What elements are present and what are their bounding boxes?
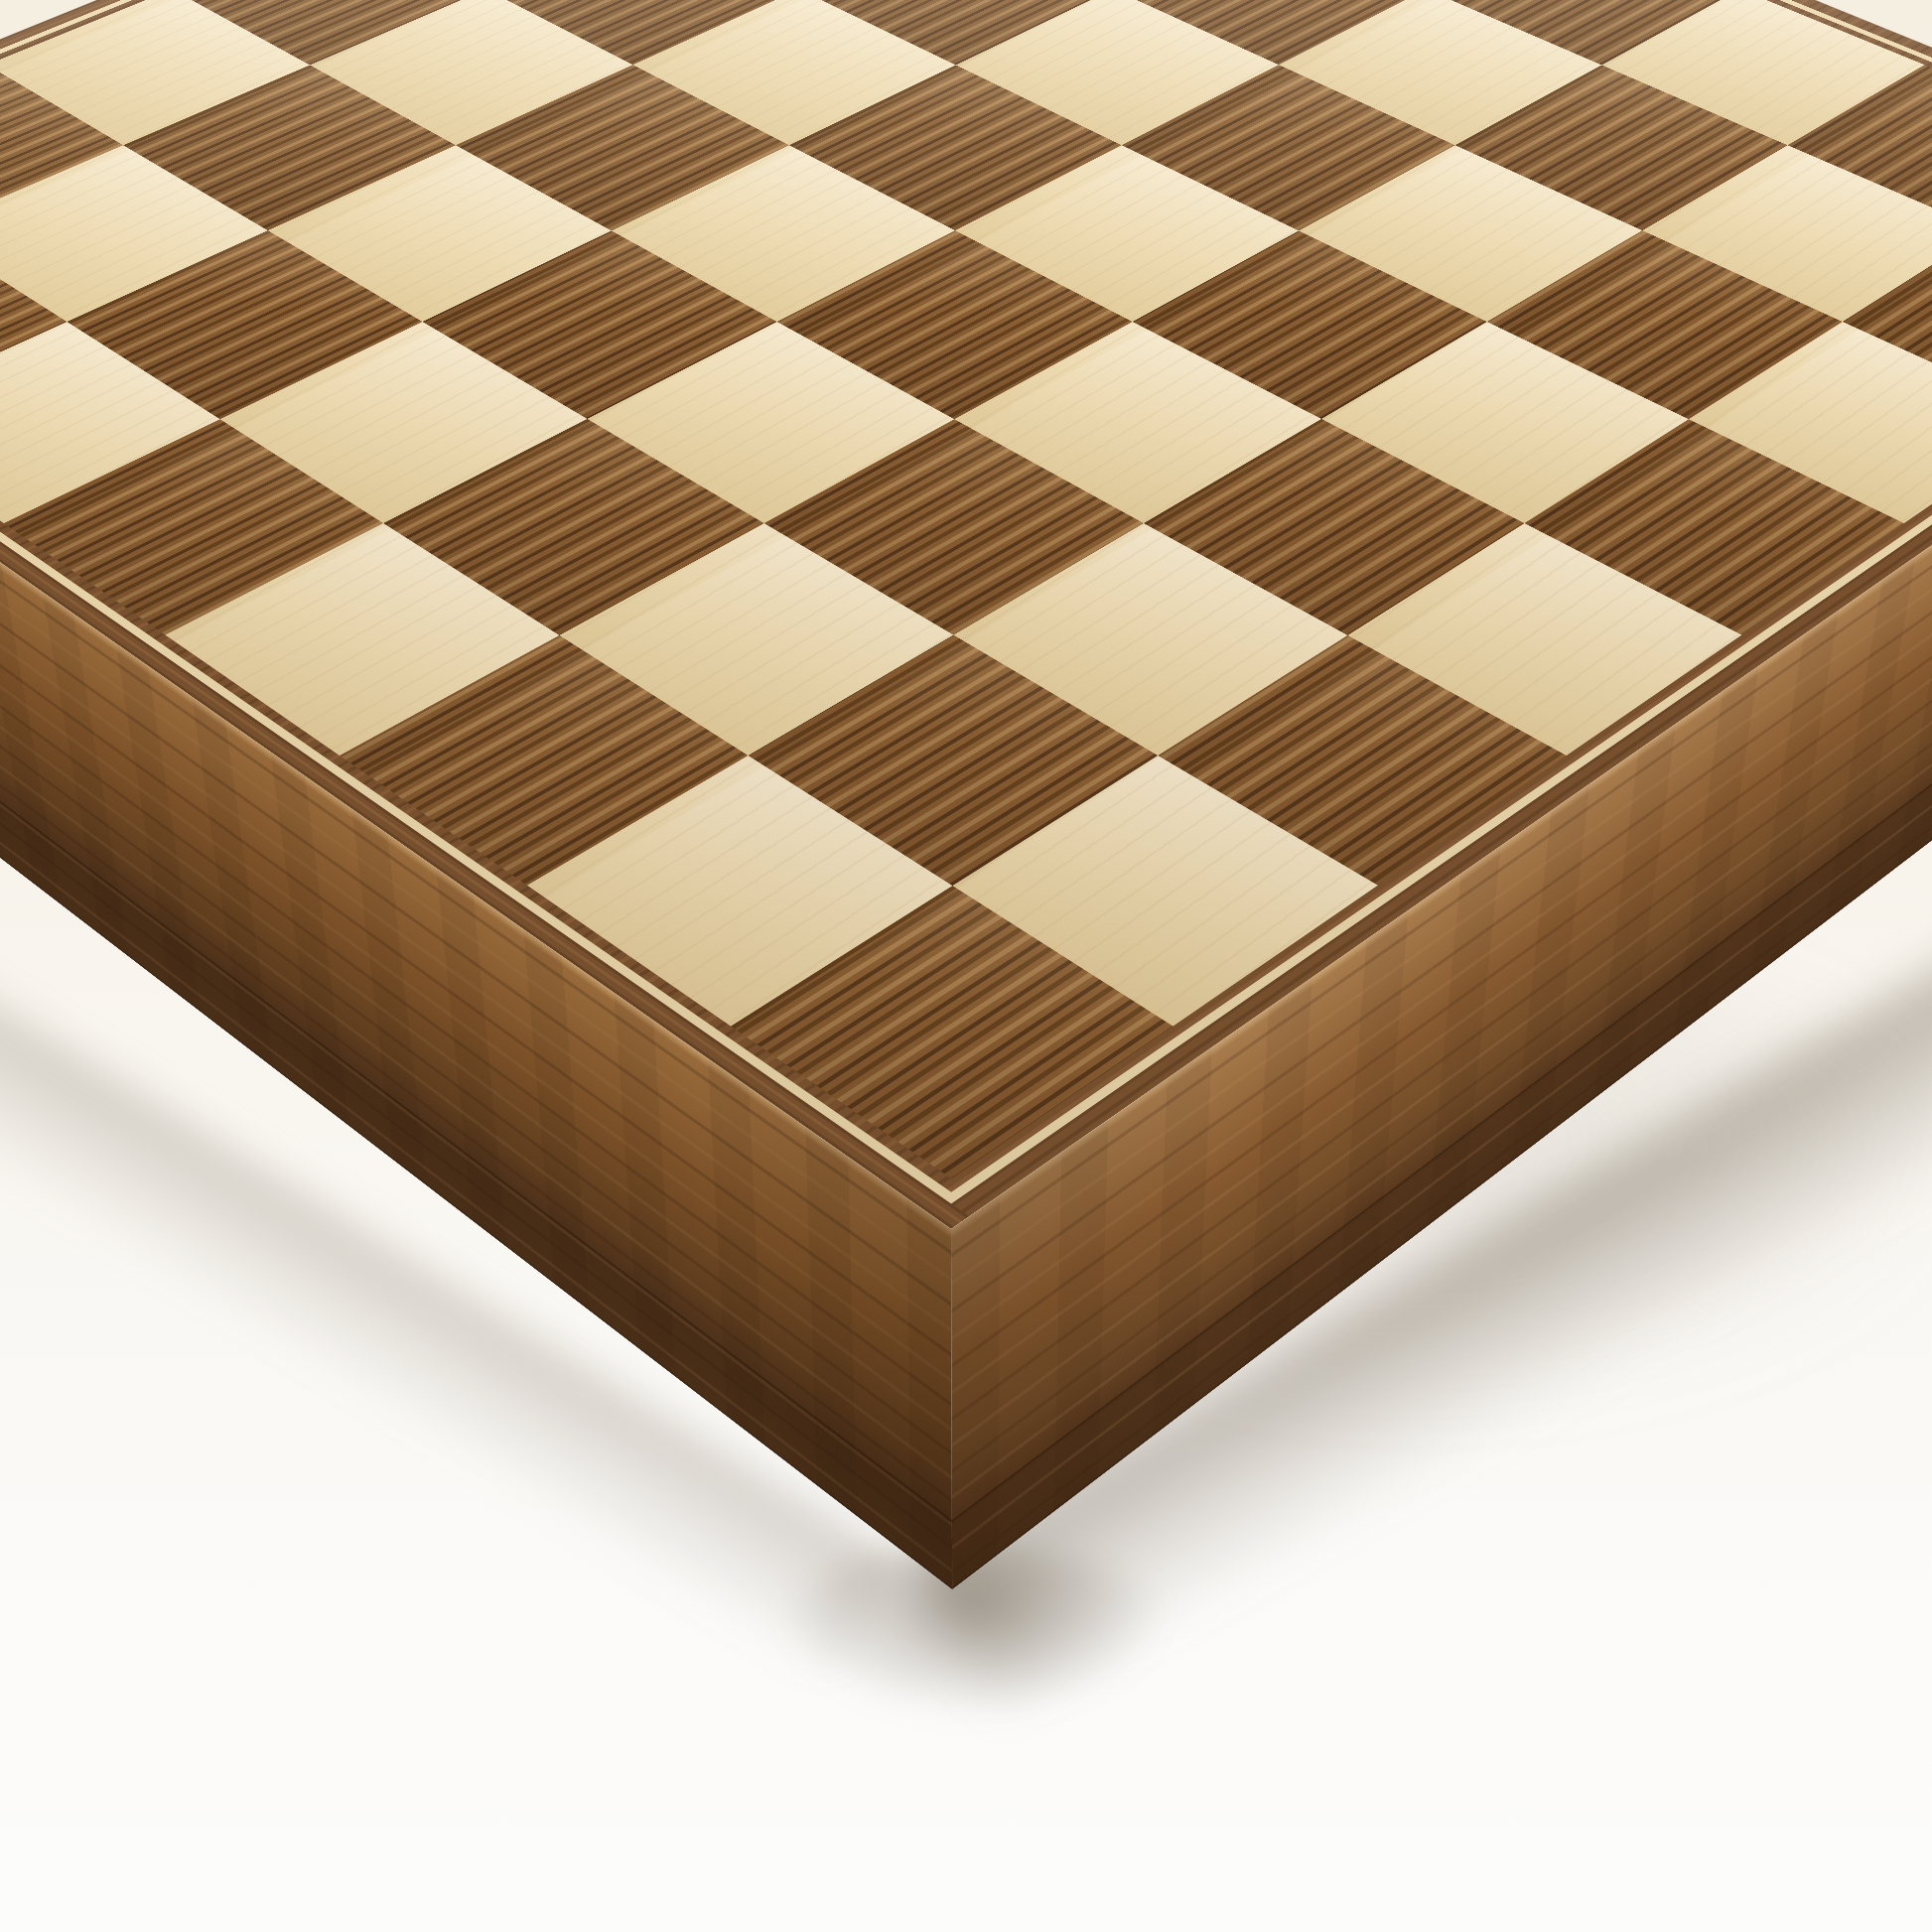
product-photo — [0, 0, 1932, 1932]
scene — [0, 0, 1932, 1932]
